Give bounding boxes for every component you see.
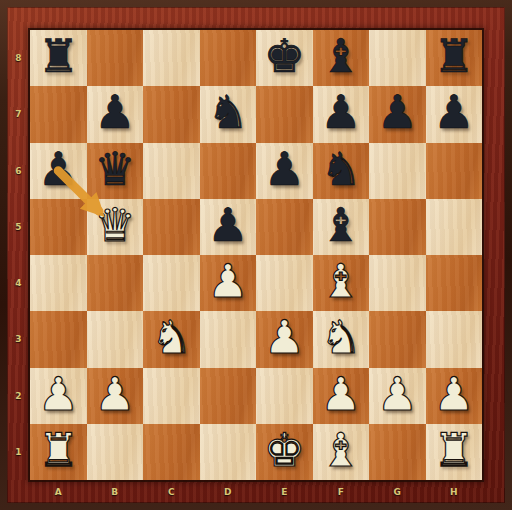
square-g1[interactable] [369,424,426,480]
square-d1[interactable] [200,424,257,480]
piece-white-pawn[interactable]: ♟ [38,371,79,417]
square-c2[interactable] [143,368,200,424]
square-b7[interactable]: ♟ [87,86,144,142]
square-c6[interactable] [143,143,200,199]
square-e6[interactable]: ♟ [256,143,313,199]
square-a7[interactable] [30,86,87,142]
square-a2[interactable]: ♟ [30,368,87,424]
piece-white-rook[interactable]: ♜ [38,427,79,473]
square-e4[interactable] [256,255,313,311]
piece-white-king[interactable]: ♚ [264,427,305,473]
piece-black-knight[interactable]: ♞ [320,146,361,192]
rank-label-2: 2 [7,368,30,424]
square-e3[interactable]: ♟ [256,311,313,367]
piece-white-pawn[interactable]: ♟ [264,314,305,360]
square-f7[interactable]: ♟ [313,86,370,142]
chess-board: ♜♚♝♜♟♞♟♟♟♟♛♟♞♛♟♝♟♝♞♟♞♟♟♟♟♟♜♚♝♜ [30,30,482,480]
square-d7[interactable]: ♞ [200,86,257,142]
square-c5[interactable] [143,199,200,255]
piece-black-bishop[interactable]: ♝ [320,202,361,248]
square-a4[interactable] [30,255,87,311]
square-g3[interactable] [369,311,426,367]
square-a6[interactable]: ♟ [30,143,87,199]
rank-label-8: 8 [7,30,30,86]
file-label-b: B [87,480,144,503]
square-b8[interactable] [87,30,144,86]
piece-black-pawn[interactable]: ♟ [377,89,418,135]
piece-white-pawn[interactable]: ♟ [94,371,135,417]
file-label-h: H [426,480,483,503]
square-h3[interactable] [426,311,483,367]
square-e5[interactable] [256,199,313,255]
square-e7[interactable] [256,86,313,142]
square-d2[interactable] [200,368,257,424]
chess-app: ♜♚♝♜♟♞♟♟♟♟♛♟♞♛♟♝♟♝♞♟♞♟♟♟♟♟♜♚♝♜ 87654321 … [0,0,512,510]
file-label-e: E [256,480,313,503]
square-f8[interactable]: ♝ [313,30,370,86]
piece-white-pawn[interactable]: ♟ [207,258,248,304]
square-d3[interactable] [200,311,257,367]
square-b5[interactable]: ♛ [87,199,144,255]
square-h8[interactable]: ♜ [426,30,483,86]
piece-black-knight[interactable]: ♞ [207,89,248,135]
square-g2[interactable]: ♟ [369,368,426,424]
file-label-c: C [143,480,200,503]
square-c7[interactable] [143,86,200,142]
file-label-g: G [369,480,426,503]
square-c1[interactable] [143,424,200,480]
square-g8[interactable] [369,30,426,86]
rank-label-5: 5 [7,199,30,255]
square-c4[interactable] [143,255,200,311]
square-b2[interactable]: ♟ [87,368,144,424]
piece-white-knight[interactable]: ♞ [151,314,192,360]
piece-black-pawn[interactable]: ♟ [38,146,79,192]
square-c3[interactable]: ♞ [143,311,200,367]
piece-black-pawn[interactable]: ♟ [264,146,305,192]
rank-labels: 87654321 [7,30,30,480]
rank-label-1: 1 [7,424,30,480]
piece-black-queen[interactable]: ♛ [94,146,135,192]
square-b1[interactable] [87,424,144,480]
square-a1[interactable]: ♜ [30,424,87,480]
square-d8[interactable] [200,30,257,86]
square-c8[interactable] [143,30,200,86]
piece-white-queen[interactable]: ♛ [94,202,135,248]
piece-black-rook[interactable]: ♜ [433,33,474,79]
square-a8[interactable]: ♜ [30,30,87,86]
piece-white-bishop[interactable]: ♝ [320,427,361,473]
square-h4[interactable] [426,255,483,311]
piece-white-knight[interactable]: ♞ [320,314,361,360]
file-label-a: A [30,480,87,503]
square-a5[interactable] [30,199,87,255]
square-d4[interactable]: ♟ [200,255,257,311]
square-f5[interactable]: ♝ [313,199,370,255]
piece-black-king[interactable]: ♚ [264,33,305,79]
square-h5[interactable] [426,199,483,255]
square-b3[interactable] [87,311,144,367]
square-h1[interactable]: ♜ [426,424,483,480]
piece-black-pawn[interactable]: ♟ [320,89,361,135]
file-label-d: D [200,480,257,503]
square-e8[interactable]: ♚ [256,30,313,86]
rank-label-4: 4 [7,255,30,311]
square-b4[interactable] [87,255,144,311]
square-g4[interactable] [369,255,426,311]
square-f3[interactable]: ♞ [313,311,370,367]
square-f4[interactable]: ♝ [313,255,370,311]
square-g6[interactable] [369,143,426,199]
piece-black-pawn[interactable]: ♟ [433,89,474,135]
piece-black-rook[interactable]: ♜ [38,33,79,79]
piece-white-pawn[interactable]: ♟ [377,371,418,417]
piece-white-rook[interactable]: ♜ [433,427,474,473]
piece-white-pawn[interactable]: ♟ [320,371,361,417]
square-h2[interactable]: ♟ [426,368,483,424]
piece-black-pawn[interactable]: ♟ [207,202,248,248]
piece-white-pawn[interactable]: ♟ [433,371,474,417]
piece-black-bishop[interactable]: ♝ [320,33,361,79]
rank-label-6: 6 [7,143,30,199]
square-a3[interactable] [30,311,87,367]
square-h7[interactable]: ♟ [426,86,483,142]
square-e1[interactable]: ♚ [256,424,313,480]
square-d6[interactable] [200,143,257,199]
piece-black-pawn[interactable]: ♟ [94,89,135,135]
square-d5[interactable]: ♟ [200,199,257,255]
square-g7[interactable]: ♟ [369,86,426,142]
square-f2[interactable]: ♟ [313,368,370,424]
square-b6[interactable]: ♛ [87,143,144,199]
square-h6[interactable] [426,143,483,199]
square-g5[interactable] [369,199,426,255]
piece-white-bishop[interactable]: ♝ [320,258,361,304]
file-labels: ABCDEFGH [30,480,482,503]
square-e2[interactable] [256,368,313,424]
square-f1[interactable]: ♝ [313,424,370,480]
rank-label-3: 3 [7,311,30,367]
square-f6[interactable]: ♞ [313,143,370,199]
file-label-f: F [313,480,370,503]
rank-label-7: 7 [7,86,30,142]
